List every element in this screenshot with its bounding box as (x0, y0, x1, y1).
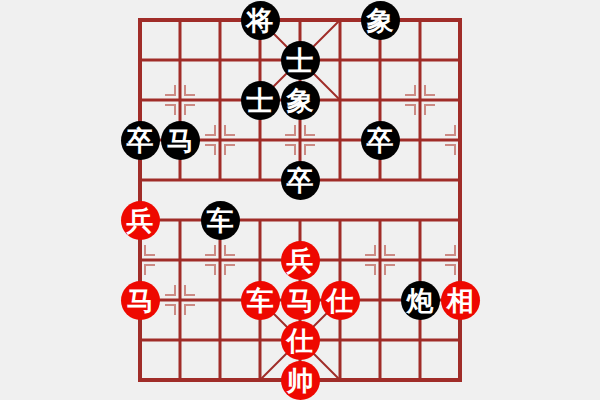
piece-layer[interactable]: 将象士士象卒马卒卒兵车兵马车马仕炮相仕帅 (120, 0, 480, 400)
piece-black-soldier[interactable]: 卒 (281, 161, 320, 200)
piece-red-horse[interactable]: 马 (281, 281, 320, 320)
piece-red-advisor[interactable]: 仕 (321, 281, 360, 320)
piece-black-advisor[interactable]: 士 (281, 41, 320, 80)
piece-black-advisor[interactable]: 士 (241, 81, 280, 120)
piece-red-general[interactable]: 帅 (281, 361, 320, 400)
piece-black-elephant[interactable]: 象 (281, 81, 320, 120)
piece-black-soldier[interactable]: 卒 (361, 121, 400, 160)
piece-black-chariot[interactable]: 车 (201, 201, 240, 240)
piece-black-general[interactable]: 将 (241, 1, 280, 40)
piece-red-soldier[interactable]: 兵 (281, 241, 320, 280)
piece-red-elephant[interactable]: 相 (441, 281, 480, 320)
piece-black-soldier[interactable]: 卒 (121, 121, 160, 160)
piece-black-elephant[interactable]: 象 (361, 1, 400, 40)
piece-black-horse[interactable]: 马 (161, 121, 200, 160)
piece-red-advisor[interactable]: 仕 (281, 321, 320, 360)
piece-red-chariot[interactable]: 车 (241, 281, 280, 320)
piece-red-horse[interactable]: 马 (121, 281, 160, 320)
piece-red-soldier[interactable]: 兵 (121, 201, 160, 240)
piece-black-cannon[interactable]: 炮 (401, 281, 440, 320)
xiangqi-board: 将象士士象卒马卒卒兵车兵马车马仕炮相仕帅 (0, 0, 600, 400)
